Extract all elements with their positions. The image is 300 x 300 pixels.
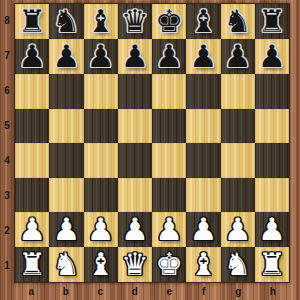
piece-white-bishop[interactable]: ♝ — [87, 247, 115, 282]
piece-black-king[interactable]: ♚ — [155, 4, 183, 39]
file-label-d: d — [118, 283, 153, 300]
piece-white-pawn[interactable]: ♟ — [224, 212, 252, 247]
square-h6[interactable] — [255, 74, 289, 109]
square-h2[interactable]: ♟ — [255, 212, 289, 247]
piece-white-knight[interactable]: ♞ — [52, 247, 80, 282]
square-e3[interactable] — [152, 178, 186, 213]
square-g1[interactable]: ♞ — [221, 247, 255, 282]
square-c4[interactable] — [84, 143, 118, 178]
square-a4[interactable] — [15, 143, 49, 178]
square-e2[interactable]: ♟ — [152, 212, 186, 247]
piece-black-bishop[interactable]: ♝ — [87, 4, 115, 39]
square-e8[interactable]: ♚ — [152, 4, 186, 39]
square-h8[interactable]: ♜ — [255, 4, 289, 39]
piece-white-pawn[interactable]: ♟ — [121, 212, 149, 247]
piece-white-knight[interactable]: ♞ — [224, 247, 252, 282]
square-g7[interactable]: ♟ — [221, 39, 255, 74]
rank-label-4: 4 — [0, 143, 14, 178]
square-f5[interactable] — [186, 109, 220, 144]
file-label-f: f — [187, 283, 222, 300]
file-label-g: g — [221, 283, 256, 300]
file-label-c: c — [83, 283, 118, 300]
square-f3[interactable] — [186, 178, 220, 213]
square-h1[interactable]: ♜ — [255, 247, 289, 282]
rank-label-7: 7 — [0, 38, 14, 73]
piece-black-bishop[interactable]: ♝ — [189, 4, 217, 39]
square-g8[interactable]: ♞ — [221, 4, 255, 39]
square-g3[interactable] — [221, 178, 255, 213]
rank-label-3: 3 — [0, 178, 14, 213]
piece-white-bishop[interactable]: ♝ — [189, 247, 217, 282]
piece-white-king[interactable]: ♚ — [155, 247, 183, 282]
file-label-h: h — [256, 283, 291, 300]
file-label-b: b — [49, 283, 84, 300]
piece-black-knight[interactable]: ♞ — [224, 4, 252, 39]
square-c5[interactable] — [84, 109, 118, 144]
square-h7[interactable]: ♟ — [255, 39, 289, 74]
rank-label-5: 5 — [0, 108, 14, 143]
square-f1[interactable]: ♝ — [186, 247, 220, 282]
square-a5[interactable] — [15, 109, 49, 144]
square-b6[interactable] — [49, 74, 83, 109]
piece-black-pawn[interactable]: ♟ — [258, 39, 286, 74]
piece-black-pawn[interactable]: ♟ — [18, 39, 46, 74]
square-d6[interactable] — [118, 74, 152, 109]
rank-label-6: 6 — [0, 73, 14, 108]
square-f7[interactable]: ♟ — [186, 39, 220, 74]
square-a7[interactable]: ♟ — [15, 39, 49, 74]
square-e7[interactable]: ♟ — [152, 39, 186, 74]
file-label-a: a — [14, 283, 49, 300]
square-g6[interactable] — [221, 74, 255, 109]
square-b8[interactable]: ♞ — [49, 4, 83, 39]
piece-black-pawn[interactable]: ♟ — [121, 39, 149, 74]
square-g5[interactable] — [221, 109, 255, 144]
piece-black-pawn[interactable]: ♟ — [52, 39, 80, 74]
piece-white-queen[interactable]: ♛ — [121, 247, 149, 282]
square-d3[interactable] — [118, 178, 152, 213]
piece-white-rook[interactable]: ♜ — [258, 247, 286, 282]
square-c7[interactable]: ♟ — [84, 39, 118, 74]
piece-white-rook[interactable]: ♜ — [18, 247, 46, 282]
square-g4[interactable] — [221, 143, 255, 178]
piece-white-pawn[interactable]: ♟ — [52, 212, 80, 247]
square-e4[interactable] — [152, 143, 186, 178]
square-d7[interactable]: ♟ — [118, 39, 152, 74]
piece-black-rook[interactable]: ♜ — [258, 4, 286, 39]
square-d4[interactable] — [118, 143, 152, 178]
square-h5[interactable] — [255, 109, 289, 144]
square-c6[interactable] — [84, 74, 118, 109]
square-b3[interactable] — [49, 178, 83, 213]
rank-label-2: 2 — [0, 213, 14, 248]
file-labels: abcdefgh — [14, 283, 290, 300]
piece-white-pawn[interactable]: ♟ — [189, 212, 217, 247]
square-c3[interactable] — [84, 178, 118, 213]
piece-white-pawn[interactable]: ♟ — [258, 212, 286, 247]
square-e6[interactable] — [152, 74, 186, 109]
square-c8[interactable]: ♝ — [84, 4, 118, 39]
rank-label-8: 8 — [0, 3, 14, 38]
square-a2[interactable]: ♟ — [15, 212, 49, 247]
square-a6[interactable] — [15, 74, 49, 109]
square-f4[interactable] — [186, 143, 220, 178]
piece-black-pawn[interactable]: ♟ — [87, 39, 115, 74]
square-c1[interactable]: ♝ — [84, 247, 118, 282]
file-label-e: e — [152, 283, 187, 300]
square-h3[interactable] — [255, 178, 289, 213]
square-d5[interactable] — [118, 109, 152, 144]
piece-white-pawn[interactable]: ♟ — [155, 212, 183, 247]
piece-white-pawn[interactable]: ♟ — [18, 212, 46, 247]
piece-black-pawn[interactable]: ♟ — [224, 39, 252, 74]
square-c2[interactable]: ♟ — [84, 212, 118, 247]
rank-labels: 87654321 — [0, 3, 14, 283]
square-g2[interactable]: ♟ — [221, 212, 255, 247]
chess-app: 87654321 abcdefgh ♜♞♝♛♚♝♞♜♟♟♟♟♟♟♟♟♟♟♟♟♟♟… — [0, 0, 300, 300]
square-b7[interactable]: ♟ — [49, 39, 83, 74]
square-b4[interactable] — [49, 143, 83, 178]
square-b5[interactable] — [49, 109, 83, 144]
square-d8[interactable]: ♛ — [118, 4, 152, 39]
chess-board[interactable]: ♜♞♝♛♚♝♞♜♟♟♟♟♟♟♟♟♟♟♟♟♟♟♟♟♜♞♝♛♚♝♞♜ — [14, 3, 290, 283]
square-f2[interactable]: ♟ — [186, 212, 220, 247]
square-a8[interactable]: ♜ — [15, 4, 49, 39]
square-f8[interactable]: ♝ — [186, 4, 220, 39]
piece-black-pawn[interactable]: ♟ — [189, 39, 217, 74]
square-e1[interactable]: ♚ — [152, 247, 186, 282]
square-h4[interactable] — [255, 143, 289, 178]
square-f6[interactable] — [186, 74, 220, 109]
piece-black-pawn[interactable]: ♟ — [155, 39, 183, 74]
square-b1[interactable]: ♞ — [49, 247, 83, 282]
piece-black-queen[interactable]: ♛ — [121, 4, 149, 39]
piece-white-pawn[interactable]: ♟ — [87, 212, 115, 247]
square-a1[interactable]: ♜ — [15, 247, 49, 282]
piece-black-rook[interactable]: ♜ — [18, 4, 46, 39]
piece-black-knight[interactable]: ♞ — [52, 4, 80, 39]
square-a3[interactable] — [15, 178, 49, 213]
square-b2[interactable]: ♟ — [49, 212, 83, 247]
square-d1[interactable]: ♛ — [118, 247, 152, 282]
square-d2[interactable]: ♟ — [118, 212, 152, 247]
rank-label-1: 1 — [0, 248, 14, 283]
square-e5[interactable] — [152, 109, 186, 144]
